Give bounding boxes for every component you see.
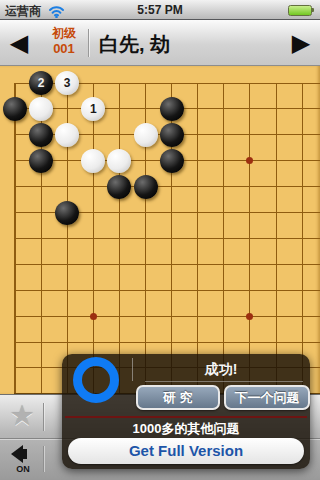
speaker-icon <box>11 445 23 463</box>
black-stone <box>160 97 184 121</box>
success-popup: 成功! 研 究 下一个问题 1000多的其他问题 Get Full Versio… <box>62 354 310 469</box>
toolbar-divider <box>43 403 44 431</box>
clock: 5:57 PM <box>0 3 320 17</box>
battery-icon <box>288 5 312 16</box>
black-stone <box>107 175 131 199</box>
previous-problem-arrow-icon[interactable]: ◀ <box>5 27 33 59</box>
nav-divider <box>88 29 89 57</box>
black-stone <box>160 123 184 147</box>
grid-line <box>14 290 320 291</box>
next-problem-arrow-icon[interactable]: ▶ <box>287 27 315 59</box>
app-screen: 运营商 5:57 PM ◀ 初级 001 白先, 劫 ▶ 231 ★ <box>0 0 320 480</box>
popup-divider <box>145 381 303 382</box>
black-stone <box>134 175 158 199</box>
toolbar-divider <box>43 446 44 472</box>
problem-number: 001 <box>44 41 84 57</box>
star-point <box>90 313 97 320</box>
problem-title: 白先, 劫 <box>99 31 170 58</box>
white-stone <box>134 123 158 147</box>
grid-line <box>14 238 320 239</box>
black-stone <box>29 123 53 147</box>
promo-text: 1000多的其他问题 <box>62 420 310 438</box>
white-stone <box>81 149 105 173</box>
problem-level-badge: 初级 001 <box>44 26 84 57</box>
nav-bar: ◀ 初级 001 白先, 劫 ▶ <box>0 20 320 66</box>
grid-line <box>14 186 320 187</box>
success-ring-icon <box>73 357 119 403</box>
status-bar: 运营商 5:57 PM <box>0 0 320 20</box>
white-stone-numbered: 3 <box>55 71 79 95</box>
grid-line <box>14 316 320 317</box>
star-point <box>246 157 253 164</box>
favorite-star-icon[interactable]: ★ <box>6 396 38 436</box>
next-problem-button[interactable]: 下一个问题 <box>224 385 310 410</box>
white-stone <box>55 123 79 147</box>
black-stone <box>160 149 184 173</box>
get-full-version-button[interactable]: Get Full Version <box>68 438 304 464</box>
go-board[interactable]: 231 <box>0 66 320 394</box>
success-title: 成功! <box>132 361 310 379</box>
grid-line <box>14 342 320 343</box>
star-point <box>246 313 253 320</box>
white-stone <box>29 97 53 121</box>
black-stone <box>3 97 27 121</box>
grid-line <box>14 264 320 265</box>
speaker-icon <box>23 449 27 459</box>
white-stone-numbered: 1 <box>81 97 105 121</box>
black-stone-numbered: 2 <box>29 71 53 95</box>
black-stone <box>55 201 79 225</box>
level-label: 初级 <box>44 26 84 41</box>
black-stone <box>29 149 53 173</box>
sound-state-label: ON <box>8 464 38 474</box>
popup-red-divider <box>65 416 307 418</box>
study-button[interactable]: 研 究 <box>136 385 220 410</box>
white-stone <box>107 149 131 173</box>
sound-toggle[interactable]: ON <box>8 443 38 475</box>
